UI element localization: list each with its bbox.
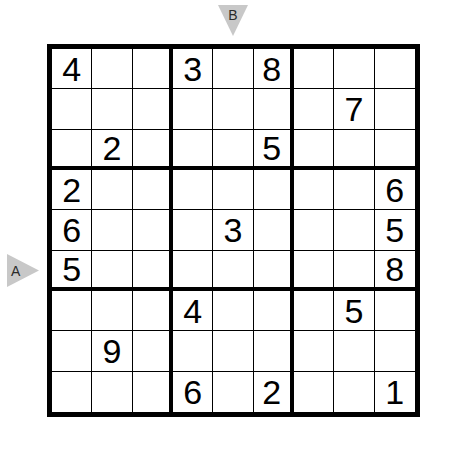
row-pointer-a-triangle: A xyxy=(7,254,39,287)
cell-r8c1-empty[interactable] xyxy=(52,331,92,371)
cell-r8c5-empty[interactable] xyxy=(213,331,253,371)
cell-r1c4-given: 3 xyxy=(173,49,213,89)
cell-r7c2-empty[interactable] xyxy=(92,291,132,331)
cell-r2c6-empty[interactable] xyxy=(254,89,294,129)
cell-r2c2-empty[interactable] xyxy=(92,89,132,129)
cell-r8c7-empty[interactable] xyxy=(294,331,334,371)
column-pointer-b-label: B xyxy=(228,8,237,22)
cell-r3c6-given: 5 xyxy=(254,130,294,170)
cell-r3c1-empty[interactable] xyxy=(52,130,92,170)
row-pointer-a-label: A xyxy=(11,264,20,278)
cell-r3c9-empty[interactable] xyxy=(375,130,415,170)
cell-r6c5-empty[interactable] xyxy=(213,251,253,291)
cell-r2c8-given: 7 xyxy=(334,89,374,129)
cell-r5c7-empty[interactable] xyxy=(294,210,334,250)
cell-r5c6-empty[interactable] xyxy=(254,210,294,250)
cell-r4c6-empty[interactable] xyxy=(254,170,294,210)
cell-r8c6-empty[interactable] xyxy=(254,331,294,371)
cell-r8c9-empty[interactable] xyxy=(375,331,415,371)
cell-r2c1-empty[interactable] xyxy=(52,89,92,129)
cell-r3c7-empty[interactable] xyxy=(294,130,334,170)
column-pointer-b-triangle: B xyxy=(218,5,248,36)
cell-r8c4-empty[interactable] xyxy=(173,331,213,371)
cell-r7c7-empty[interactable] xyxy=(294,291,334,331)
cell-r3c4-empty[interactable] xyxy=(173,130,213,170)
cell-r2c5-empty[interactable] xyxy=(213,89,253,129)
cell-r2c7-empty[interactable] xyxy=(294,89,334,129)
cell-r5c4-empty[interactable] xyxy=(173,210,213,250)
cell-r7c6-empty[interactable] xyxy=(254,291,294,331)
cell-r1c9-empty[interactable] xyxy=(375,49,415,89)
cell-r3c2-given: 2 xyxy=(92,130,132,170)
cell-r9c7-empty[interactable] xyxy=(294,372,334,412)
cell-r9c2-empty[interactable] xyxy=(92,372,132,412)
cell-r9c8-empty[interactable] xyxy=(334,372,374,412)
cell-r5c8-empty[interactable] xyxy=(334,210,374,250)
cell-r7c8-given: 5 xyxy=(334,291,374,331)
cell-r1c6-given: 8 xyxy=(254,49,294,89)
sudoku-grid: 4387252663558459621 xyxy=(47,44,420,417)
cell-r3c8-empty[interactable] xyxy=(334,130,374,170)
cell-r3c3-empty[interactable] xyxy=(133,130,173,170)
cell-r1c5-empty[interactable] xyxy=(213,49,253,89)
cell-r7c4-given: 4 xyxy=(173,291,213,331)
cell-r6c3-empty[interactable] xyxy=(133,251,173,291)
cell-r2c3-empty[interactable] xyxy=(133,89,173,129)
cell-r4c8-empty[interactable] xyxy=(334,170,374,210)
cell-r1c7-empty[interactable] xyxy=(294,49,334,89)
cell-r2c9-empty[interactable] xyxy=(375,89,415,129)
cell-r5c1-given: 6 xyxy=(52,210,92,250)
cell-r5c3-empty[interactable] xyxy=(133,210,173,250)
cell-r4c2-empty[interactable] xyxy=(92,170,132,210)
cell-r6c4-empty[interactable] xyxy=(173,251,213,291)
cell-r9c5-empty[interactable] xyxy=(213,372,253,412)
cell-r5c2-empty[interactable] xyxy=(92,210,132,250)
cell-r7c3-empty[interactable] xyxy=(133,291,173,331)
cell-r1c2-empty[interactable] xyxy=(92,49,132,89)
cell-r7c1-empty[interactable] xyxy=(52,291,92,331)
cell-r6c6-empty[interactable] xyxy=(254,251,294,291)
cell-r5c9-given: 5 xyxy=(375,210,415,250)
cell-r2c4-empty[interactable] xyxy=(173,89,213,129)
cell-r7c9-empty[interactable] xyxy=(375,291,415,331)
cell-r6c1-given: 5 xyxy=(52,251,92,291)
cell-r4c3-empty[interactable] xyxy=(133,170,173,210)
cell-r4c9-given: 6 xyxy=(375,170,415,210)
cell-r1c1-given: 4 xyxy=(52,49,92,89)
cell-r1c8-empty[interactable] xyxy=(334,49,374,89)
cell-r7c5-empty[interactable] xyxy=(213,291,253,331)
cell-r9c3-empty[interactable] xyxy=(133,372,173,412)
cell-r9c6-given: 2 xyxy=(254,372,294,412)
cell-r6c9-given: 8 xyxy=(375,251,415,291)
cell-r9c1-empty[interactable] xyxy=(52,372,92,412)
cell-r9c9-given: 1 xyxy=(375,372,415,412)
cell-r3c5-empty[interactable] xyxy=(213,130,253,170)
cell-r6c7-empty[interactable] xyxy=(294,251,334,291)
puzzle-page: B A 4387252663558459621 xyxy=(0,0,467,458)
cell-r1c3-empty[interactable] xyxy=(133,49,173,89)
cell-r4c1-given: 2 xyxy=(52,170,92,210)
cell-r6c8-empty[interactable] xyxy=(334,251,374,291)
cell-r4c4-empty[interactable] xyxy=(173,170,213,210)
cell-r8c8-empty[interactable] xyxy=(334,331,374,371)
cell-r4c5-empty[interactable] xyxy=(213,170,253,210)
cell-r8c2-given: 9 xyxy=(92,331,132,371)
cell-r4c7-empty[interactable] xyxy=(294,170,334,210)
cell-r8c3-empty[interactable] xyxy=(133,331,173,371)
cell-r6c2-empty[interactable] xyxy=(92,251,132,291)
cell-r9c4-given: 6 xyxy=(173,372,213,412)
cell-r5c5-given: 3 xyxy=(213,210,253,250)
